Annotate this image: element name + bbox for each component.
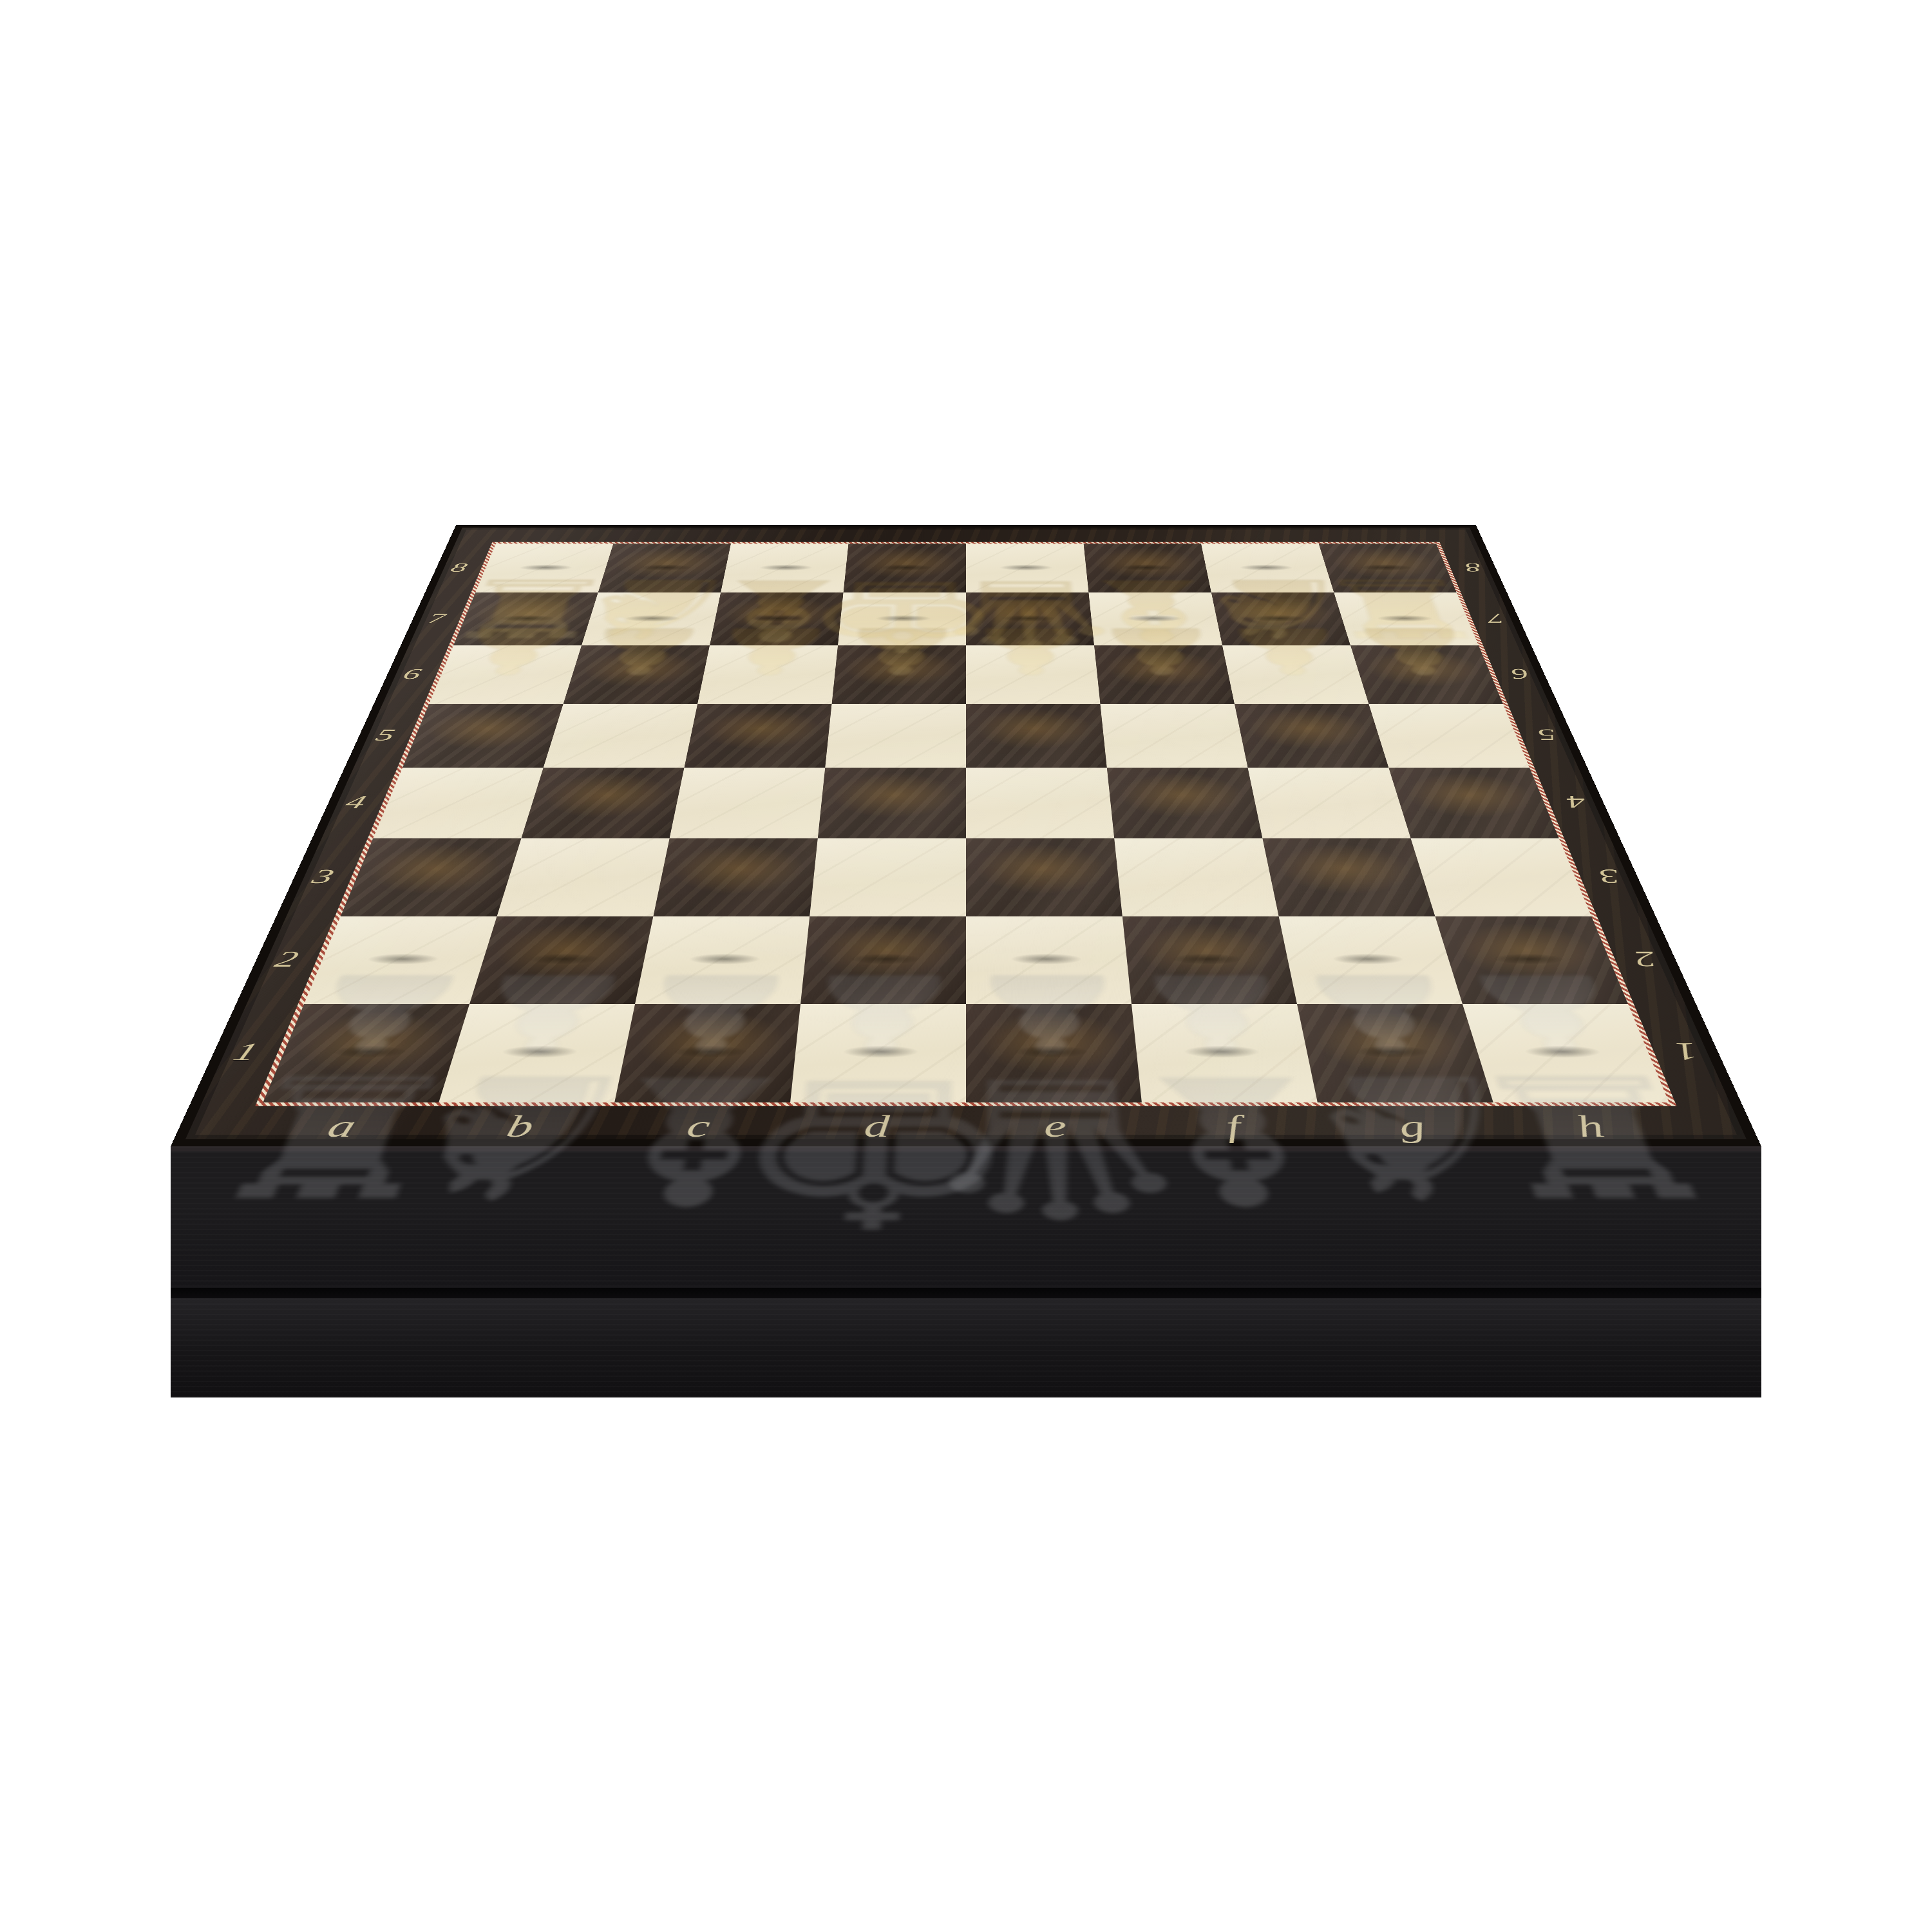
piece-reflection-glyph: ♟ — [1090, 619, 1231, 683]
piece-reflection-glyph: ♟ — [568, 619, 717, 683]
piece-reflection-glyph: ♟ — [700, 619, 842, 683]
piece-reflection-glyph: ♟ — [1341, 619, 1496, 683]
piece-reflection-glyph: ♟ — [436, 619, 591, 683]
product-photo: 8877665544332211abcdefgh♜♜♞♞♝♝♚♚♛♛♝♝♞♞♜♜… — [0, 0, 1932, 1932]
box-seam — [171, 1288, 1761, 1298]
scene: 8877665544332211abcdefgh♜♜♞♞♝♝♚♚♛♛♝♝♞♞♜♜… — [0, 0, 1932, 1932]
rank-label-right-6: 6 — [1508, 667, 1531, 681]
rank-label-left-6: 6 — [401, 667, 424, 681]
piece-reflection-glyph: ♟ — [964, 619, 1099, 683]
chess-board: 8877665544332211abcdefgh♜♜♞♞♝♝♚♚♛♛♝♝♞♞♜♜… — [171, 525, 1761, 1146]
piece-reflection-glyph: ♟ — [1215, 619, 1364, 683]
piece-reflection-glyph: ♜ — [1446, 1053, 1752, 1218]
box-base-face — [171, 1298, 1761, 1397]
piece-reflection-glyph: ♟ — [832, 619, 967, 683]
